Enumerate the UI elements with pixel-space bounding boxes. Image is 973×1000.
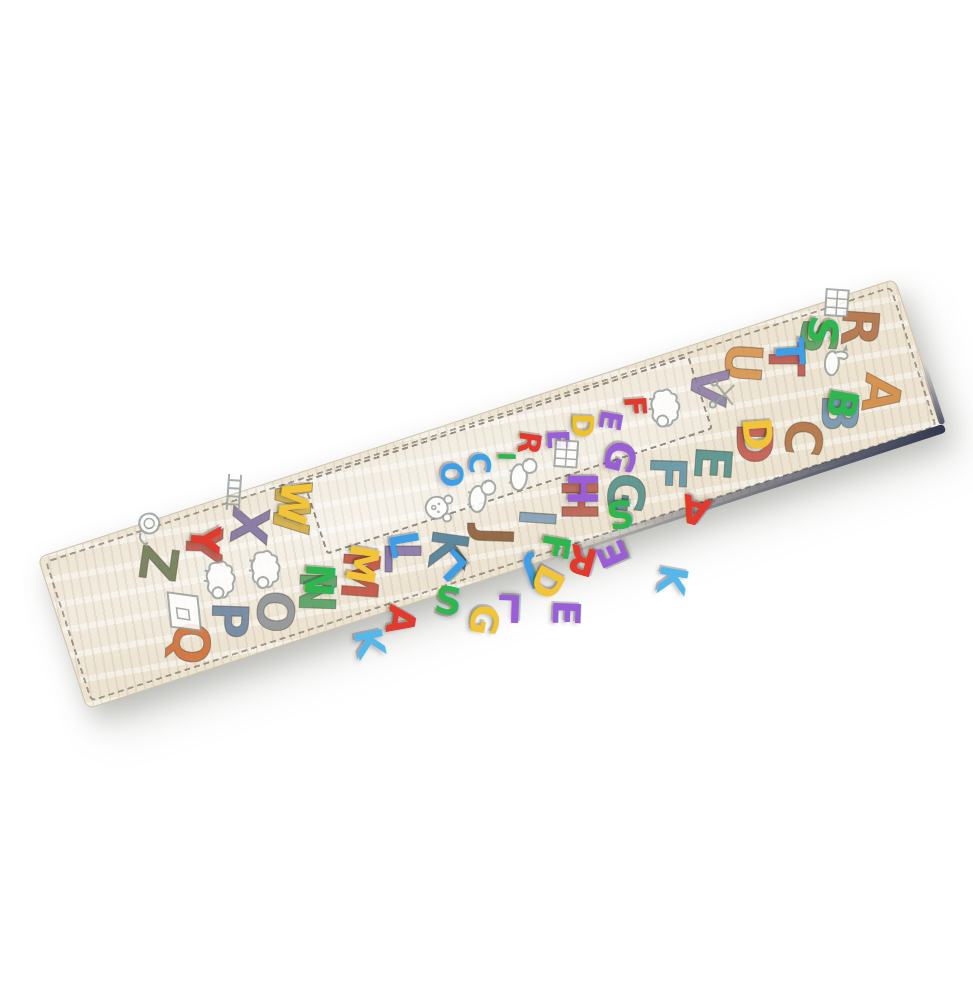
loose-felt-letter-K: K bbox=[651, 562, 694, 598]
sheep-doodle bbox=[246, 545, 283, 591]
felt-overlay-letter-H: H bbox=[562, 472, 602, 505]
sheep-doodle bbox=[646, 384, 683, 430]
felt-overlay-letter-N: N bbox=[298, 562, 340, 598]
grid-doodle bbox=[823, 287, 851, 319]
book-doodle bbox=[163, 584, 207, 639]
printed-letter-I: I bbox=[511, 507, 562, 529]
dog-doodle bbox=[508, 455, 543, 497]
dog-doodle bbox=[466, 476, 501, 518]
goose-doodle bbox=[821, 343, 853, 381]
felt-overlay-letter-W: W bbox=[271, 478, 317, 527]
loose-felt-letter-L: L bbox=[497, 589, 523, 628]
loose-felt-letter-K: K bbox=[347, 625, 390, 662]
snail-doodle bbox=[134, 507, 165, 549]
felt-overlay-letter-T: T bbox=[769, 337, 811, 367]
sheep-doodle bbox=[201, 556, 238, 602]
alphabet-banner: ABCDEFGHIJKLMNOPQRSTUVWXYZBDGHLMNSTWYFED… bbox=[37, 279, 944, 710]
bear-doodle bbox=[422, 490, 456, 526]
ladder-doodle bbox=[221, 472, 248, 514]
printed-letter-C: C bbox=[776, 417, 830, 459]
banner-right-edge-shadow bbox=[920, 363, 945, 425]
felt-overlay-letter-B: B bbox=[820, 386, 865, 423]
loose-felt-letter-S: S bbox=[604, 493, 636, 534]
grid-doodle bbox=[552, 438, 580, 470]
name-letter-O: O bbox=[435, 461, 467, 489]
felt-overlay-letter-Y: Y bbox=[184, 524, 226, 556]
scissors-doodle bbox=[708, 377, 738, 411]
loose-felt-letter-E: E bbox=[547, 599, 586, 626]
loose-felt-letter-S: S bbox=[432, 580, 464, 621]
felt-overlay-letter-D: D bbox=[736, 416, 778, 452]
felt-overlay-letter-M: M bbox=[339, 541, 385, 587]
product-photo-scene: ABCDEFGHIJKLMNOPQRSTUVWXYZBDGHLMNSTWYFED… bbox=[0, 0, 973, 1000]
